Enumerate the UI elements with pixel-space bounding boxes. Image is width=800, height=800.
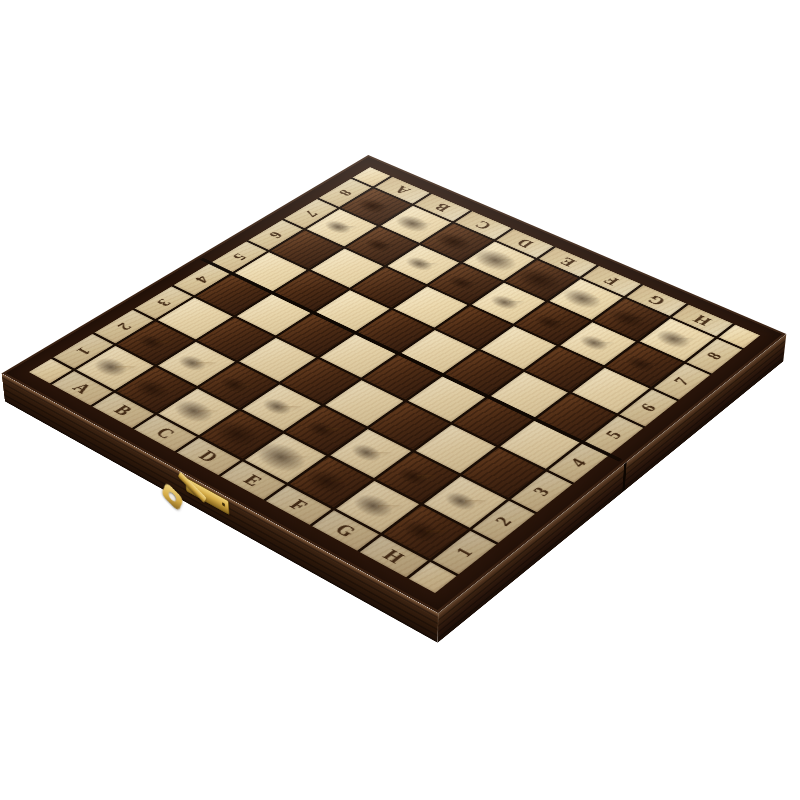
square-g4[interactable]	[490, 372, 568, 418]
piece-glyph: ♟	[622, 307, 668, 369]
file-label: A	[52, 371, 113, 405]
square-h4[interactable]	[537, 394, 616, 441]
rank-label-text: 5	[602, 428, 627, 442]
chess-board: ABCDEFGH8877665544332211ABCDEFGH ♜♞♝♛♚♝♞…	[1, 155, 786, 613]
square-h5[interactable]	[572, 368, 649, 414]
rank-label: 7	[654, 364, 710, 400]
rank-label-text: 2	[491, 514, 517, 529]
file-label: H	[360, 536, 428, 578]
rank-label: 6	[620, 389, 678, 426]
rank-label-text: 6	[265, 230, 286, 241]
corner-cell	[29, 359, 72, 384]
product-photo-scene: ABCDEFGH8877665544332211ABCDEFGH ♜♞♝♛♚♝♞…	[0, 0, 800, 800]
rank-label-text: 7	[670, 375, 694, 388]
board-face: ABCDEFGH8877665544332211ABCDEFGH	[1, 155, 786, 613]
corner-cell	[409, 562, 457, 593]
board-perspective-wrapper: ABCDEFGH8877665544332211ABCDEFGH ♜♞♝♛♚♝♞…	[120, 75, 677, 632]
file-label: B	[92, 393, 154, 428]
rank-label-text: 1	[452, 545, 478, 560]
file-label: G	[312, 510, 379, 550]
rank-label-text: 3	[153, 297, 175, 309]
rank-label: 1	[432, 531, 496, 575]
latch-eye	[161, 482, 184, 512]
rank-label-text: 4	[191, 274, 213, 285]
rank-label: 5	[585, 416, 644, 454]
rank-label-text: 3	[529, 485, 554, 499]
rank-label-text: 7	[300, 208, 321, 218]
rank-label-text: 8	[335, 188, 356, 198]
fold-seam-side	[623, 462, 627, 492]
rank-label: 4	[548, 443, 608, 482]
rank-label-text: 8	[703, 350, 727, 362]
square-f4[interactable]	[445, 351, 522, 396]
rank-label-text: 6	[636, 401, 660, 414]
rank-label: 2	[472, 501, 535, 543]
square-h3[interactable]	[500, 420, 580, 468]
rank-label-text: 5	[229, 251, 250, 262]
piece-glyph: ♜	[396, 456, 456, 538]
rank-label: 3	[511, 472, 572, 513]
rank-label-text: 4	[566, 456, 591, 470]
